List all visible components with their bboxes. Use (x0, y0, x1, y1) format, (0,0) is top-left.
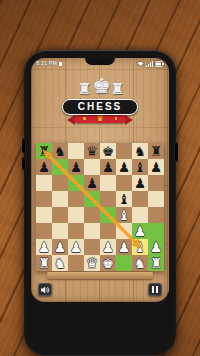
black-pawn[interactable]: ♟ (150, 159, 162, 175)
square-h2[interactable]: ♟ (148, 239, 164, 255)
square-h6[interactable] (148, 175, 164, 191)
clock-text: 8:21 PM (36, 59, 57, 68)
logo-rook-icon: ♜ (111, 80, 124, 98)
square-f4[interactable]: ♝ (116, 207, 132, 223)
wifi-icon (137, 61, 144, 67)
notification-icon (59, 62, 62, 66)
square-d3[interactable] (84, 223, 100, 239)
square-a7[interactable]: ♟ (36, 159, 52, 175)
white-queen[interactable]: ♛ (86, 255, 98, 271)
square-b5[interactable] (52, 191, 68, 207)
square-f3[interactable] (116, 223, 132, 239)
square-e2[interactable]: ♟ (100, 239, 116, 255)
square-e1[interactable]: ♚ (100, 255, 116, 271)
square-g4[interactable] (132, 207, 148, 223)
square-c8[interactable] (68, 143, 84, 159)
square-h5[interactable] (148, 191, 164, 207)
square-c5[interactable] (68, 191, 84, 207)
square-a8[interactable]: ♜ (36, 143, 52, 159)
square-g1[interactable]: ♞ (132, 255, 148, 271)
chess-app-screenshot: 8:21 PM (0, 0, 200, 356)
black-knight[interactable]: ♞ (54, 143, 66, 159)
black-king[interactable]: ♚ (102, 143, 114, 159)
black-pawn[interactable]: ♟ (70, 159, 82, 175)
square-c2[interactable]: ♟ (68, 239, 84, 255)
logo-king-icon: ♚ (93, 74, 111, 98)
white-king[interactable]: ♚ (102, 255, 114, 271)
square-g2[interactable]: ♝ (132, 239, 148, 255)
square-c1[interactable] (68, 255, 84, 271)
black-pawn[interactable]: ♟ (86, 175, 98, 191)
square-c4[interactable] (68, 207, 84, 223)
white-pawn[interactable]: ♟ (150, 239, 162, 255)
square-b2[interactable]: ♟ (52, 239, 68, 255)
square-e6[interactable] (100, 175, 116, 191)
square-g7[interactable]: ♝ (132, 159, 148, 175)
square-d4[interactable] (84, 207, 100, 223)
logo-title: CHESS (78, 100, 122, 114)
black-queen[interactable]: ♛ (86, 143, 98, 159)
square-d8[interactable]: ♛ (84, 143, 100, 159)
white-pawn[interactable]: ♟ (118, 239, 130, 255)
black-bishop[interactable]: ♝ (134, 159, 146, 175)
square-e7[interactable]: ♟ (100, 159, 116, 175)
signal-icon (146, 61, 153, 67)
square-g8[interactable]: ♞ (132, 143, 148, 159)
power-button (175, 142, 178, 162)
square-d5[interactable] (84, 191, 100, 207)
square-h4[interactable] (148, 207, 164, 223)
sound-button[interactable] (38, 283, 52, 296)
pause-icon (152, 286, 158, 293)
square-f6[interactable] (116, 175, 132, 191)
white-bishop[interactable]: ♝ (118, 207, 130, 223)
white-rook[interactable]: ♜ (38, 255, 50, 271)
square-b8[interactable]: ♞ (52, 143, 68, 159)
crown-icon: ♛ (96, 114, 103, 124)
black-knight[interactable]: ♞ (134, 143, 146, 159)
black-pawn[interactable]: ♟ (134, 175, 146, 191)
square-a3[interactable] (36, 223, 52, 239)
square-d7[interactable] (84, 159, 100, 175)
white-pawn[interactable]: ♟ (102, 239, 114, 255)
square-f7[interactable]: ♟ (116, 159, 132, 175)
chess-logo: ♜ ♚ ♜ CHESS ♛ (31, 74, 169, 132)
square-c3[interactable] (68, 223, 84, 239)
square-h8[interactable]: ♜ (148, 143, 164, 159)
square-a5[interactable] (36, 191, 52, 207)
square-a4[interactable] (36, 207, 52, 223)
volume-up-button (22, 138, 25, 153)
white-pawn[interactable]: ♟ (134, 223, 146, 239)
phone-screen: 8:21 PM (31, 58, 169, 302)
square-e5[interactable] (100, 191, 116, 207)
square-g6[interactable]: ♟ (132, 175, 148, 191)
board-grid: ♜♞♛♚♞♜♟♟♟♟♝♟♟♟♝♝♟♟♟♟♟♟♝♟♜♞♛♚♞♜ (36, 143, 164, 271)
black-rook[interactable]: ♜ (150, 143, 162, 159)
battery-icon (155, 61, 164, 67)
white-knight[interactable]: ♞ (134, 255, 146, 271)
square-c6[interactable] (68, 175, 84, 191)
pause-button[interactable] (148, 283, 162, 296)
square-b3[interactable] (52, 223, 68, 239)
black-bishop[interactable]: ♝ (118, 191, 130, 207)
square-d2[interactable] (84, 239, 100, 255)
square-f1[interactable] (116, 255, 132, 271)
logo-banner: CHESS (62, 99, 138, 115)
ribbon-dot (115, 117, 118, 120)
square-a2[interactable]: ♟ (36, 239, 52, 255)
square-c7[interactable]: ♟ (68, 159, 84, 175)
square-g3[interactable]: ♟ (132, 223, 148, 239)
square-h3[interactable] (148, 223, 164, 239)
white-pawn[interactable]: ♟ (70, 239, 82, 255)
volume-down-button (22, 157, 25, 170)
square-g5[interactable] (132, 191, 148, 207)
white-bishop[interactable]: ♝ (134, 239, 146, 255)
square-e3[interactable] (100, 223, 116, 239)
ribbon-dot (83, 117, 86, 120)
square-e8[interactable]: ♚ (100, 143, 116, 159)
square-h1[interactable]: ♜ (148, 255, 164, 271)
square-h7[interactable]: ♟ (148, 159, 164, 175)
square-b6[interactable] (52, 175, 68, 191)
square-b1[interactable]: ♞ (52, 255, 68, 271)
square-f2[interactable]: ♟ (116, 239, 132, 255)
logo-chess-pieces: ♜ ♚ ♜ (31, 74, 169, 98)
white-pawn[interactable]: ♟ (54, 239, 66, 255)
square-b7[interactable] (52, 159, 68, 175)
square-b4[interactable] (52, 207, 68, 223)
square-f8[interactable] (116, 143, 132, 159)
black-pawn[interactable]: ♟ (102, 159, 114, 175)
chess-board: ♜♞♛♚♞♜♟♟♟♟♝♟♟♟♝♝♟♟♟♟♟♟♝♟♜♞♛♚♞♜ (36, 143, 164, 271)
square-a1[interactable]: ♜ (36, 255, 52, 271)
speaker-icon (41, 286, 50, 294)
black-pawn[interactable]: ♟ (38, 159, 50, 175)
black-pawn[interactable]: ♟ (118, 159, 130, 175)
board-wooden-base (47, 272, 153, 279)
white-rook[interactable]: ♜ (150, 255, 162, 271)
square-a6[interactable] (36, 175, 52, 191)
square-f5[interactable]: ♝ (116, 191, 132, 207)
phone-frame: 8:21 PM (24, 50, 176, 356)
white-pawn[interactable]: ♟ (38, 239, 50, 255)
black-rook[interactable]: ♜ (38, 143, 50, 159)
square-e4[interactable] (100, 207, 116, 223)
square-d6[interactable]: ♟ (84, 175, 100, 191)
square-d1[interactable]: ♛ (84, 255, 100, 271)
status-bar: 8:21 PM (36, 59, 164, 68)
logo-rook-icon: ♜ (78, 80, 91, 98)
white-knight[interactable]: ♞ (54, 255, 66, 271)
